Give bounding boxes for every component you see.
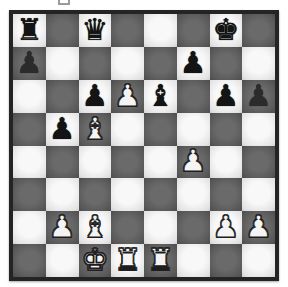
square-b2: ♟ <box>46 211 79 244</box>
square-f1 <box>177 244 210 277</box>
square-e5 <box>144 113 177 146</box>
square-f5 <box>177 113 210 146</box>
square-d3 <box>111 178 144 211</box>
square-g2: ♟ <box>210 211 243 244</box>
square-b6 <box>46 80 79 113</box>
square-a3 <box>13 178 46 211</box>
white-pawn-f4: ♟ <box>180 146 207 178</box>
square-e2 <box>144 211 177 244</box>
white-rook-e1: ♜ <box>147 244 174 276</box>
white-king-c1: ♚ <box>81 244 108 276</box>
square-a4 <box>13 146 46 179</box>
square-d7 <box>111 47 144 80</box>
square-g4 <box>210 146 243 179</box>
square-h7 <box>242 47 275 80</box>
square-c7 <box>79 47 112 80</box>
square-g5 <box>210 113 243 146</box>
black-king-g8: ♚ <box>212 14 239 46</box>
square-c3 <box>79 178 112 211</box>
square-g7 <box>210 47 243 80</box>
square-d6: ♟ <box>111 80 144 113</box>
square-g3 <box>210 178 243 211</box>
square-a5 <box>13 113 46 146</box>
white-bishop-c5: ♝ <box>81 113 108 145</box>
square-b8 <box>46 14 79 47</box>
square-d1: ♜ <box>111 244 144 277</box>
square-a8: ♜ <box>13 14 46 47</box>
square-a1 <box>13 244 46 277</box>
square-g8: ♚ <box>210 14 243 47</box>
black-pawn-b5: ♟ <box>49 113 76 145</box>
square-h8 <box>242 14 275 47</box>
square-c4 <box>79 146 112 179</box>
square-h2: ♟ <box>242 211 275 244</box>
square-b4 <box>46 146 79 179</box>
square-f2 <box>177 211 210 244</box>
square-a2 <box>13 211 46 244</box>
black-pawn-c6: ♟ <box>81 80 108 112</box>
square-c8: ♛ <box>79 14 112 47</box>
square-d8 <box>111 14 144 47</box>
black-pawn-a7: ♟ <box>16 47 43 79</box>
square-g1 <box>210 244 243 277</box>
square-a6 <box>13 80 46 113</box>
square-d4 <box>111 146 144 179</box>
square-e3 <box>144 178 177 211</box>
square-e6: ♝ <box>144 80 177 113</box>
square-a7: ♟ <box>13 47 46 80</box>
black-pawn-g6: ♟ <box>212 80 239 112</box>
black-rook-a8: ♜ <box>16 14 43 46</box>
square-b1 <box>46 244 79 277</box>
square-f6 <box>177 80 210 113</box>
square-e7 <box>144 47 177 80</box>
square-g6: ♟ <box>210 80 243 113</box>
white-pawn-d6: ♟ <box>114 80 141 112</box>
square-f3 <box>177 178 210 211</box>
square-b5: ♟ <box>46 113 79 146</box>
white-rook-d1: ♜ <box>114 244 141 276</box>
square-h4 <box>242 146 275 179</box>
square-d2 <box>111 211 144 244</box>
black-pawn-f7: ♟ <box>180 47 207 79</box>
white-pawn-h2: ♟ <box>245 211 272 243</box>
square-c2: ♝ <box>79 211 112 244</box>
square-c6: ♟ <box>79 80 112 113</box>
square-d5 <box>111 113 144 146</box>
square-f4: ♟ <box>177 146 210 179</box>
chess-board-frame: ♜♛♚♟♟♟♟♝♟♟♟♝♟♟♝♟♟♚♜♜ <box>9 10 279 281</box>
white-pawn-g2: ♟ <box>212 211 239 243</box>
square-b7 <box>46 47 79 80</box>
square-b3 <box>46 178 79 211</box>
square-c1: ♚ <box>79 244 112 277</box>
square-c5: ♝ <box>79 113 112 146</box>
black-bishop-e6: ♝ <box>147 80 174 112</box>
square-e8 <box>144 14 177 47</box>
chess-board: ♜♛♚♟♟♟♟♝♟♟♟♝♟♟♝♟♟♚♜♜ <box>13 14 275 277</box>
square-e1: ♜ <box>144 244 177 277</box>
square-h6: ♟ <box>242 80 275 113</box>
square-e4 <box>144 146 177 179</box>
square-h3 <box>242 178 275 211</box>
white-pawn-b2: ♟ <box>49 211 76 243</box>
black-pawn-h6: ♟ <box>245 80 272 112</box>
square-f8 <box>177 14 210 47</box>
black-queen-c8: ♛ <box>81 14 108 46</box>
square-h1 <box>242 244 275 277</box>
chess-diagram-page: ♜♛♚♟♟♟♟♝♟♟♟♝♟♟♝♟♟♚♜♜ <box>0 0 288 287</box>
cropped-text-artifact <box>58 0 70 5</box>
square-h5 <box>242 113 275 146</box>
square-f7: ♟ <box>177 47 210 80</box>
white-bishop-c2: ♝ <box>81 211 108 243</box>
